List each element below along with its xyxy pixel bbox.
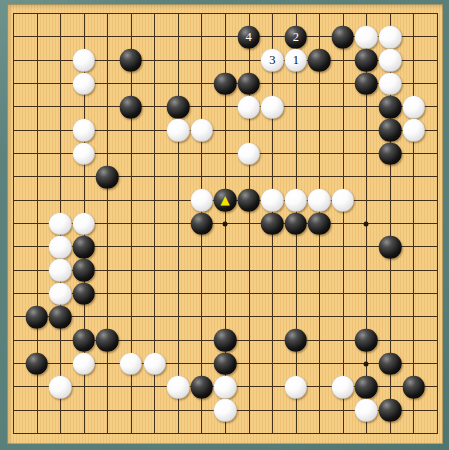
grid-cell [296, 270, 320, 293]
black-stone[interactable] [49, 306, 72, 329]
black-stone[interactable] [73, 236, 96, 259]
grid-cell [107, 246, 131, 269]
grid-cell [366, 270, 390, 293]
white-stone[interactable] [49, 259, 72, 282]
grid-cell [154, 153, 178, 176]
white-stone[interactable] [190, 119, 213, 142]
grid-cell [343, 270, 367, 293]
grid-cell [201, 270, 225, 293]
grid-cell [107, 293, 131, 316]
grid-cell [319, 410, 343, 433]
grid-cell [131, 13, 155, 36]
grid-cell [13, 106, 37, 129]
grid-cell [343, 106, 367, 129]
black-stone[interactable] [402, 376, 425, 399]
grid-cell [343, 246, 367, 269]
grid-cell [13, 223, 37, 246]
white-stone[interactable] [49, 213, 72, 236]
grid-cell [390, 270, 414, 293]
grid-cell [390, 316, 414, 339]
white-stone[interactable] [73, 143, 96, 166]
grid-cell [413, 410, 437, 433]
grid-cell [154, 270, 178, 293]
grid-cell [154, 36, 178, 59]
grid-cell [296, 130, 320, 153]
grid-cell [272, 270, 296, 293]
grid-cell [201, 13, 225, 36]
move-number-label: 1 [285, 49, 308, 72]
white-stone[interactable] [167, 119, 190, 142]
black-stone[interactable] [308, 49, 331, 72]
grid-cell [413, 223, 437, 246]
grid-cell [13, 270, 37, 293]
grid-cell [13, 130, 37, 153]
grid-cell [107, 130, 131, 153]
black-stone[interactable] [73, 259, 96, 282]
white-stone[interactable] [49, 236, 72, 259]
grid-cell [225, 293, 249, 316]
grid-cell [84, 386, 108, 409]
star-point [223, 221, 228, 226]
grid-cell [319, 270, 343, 293]
grid-cell [178, 13, 202, 36]
grid-cell [178, 340, 202, 363]
grid-cell [107, 13, 131, 36]
grid-cell [131, 130, 155, 153]
grid-cell [413, 316, 437, 339]
grid-cell [296, 153, 320, 176]
grid-cell [249, 246, 273, 269]
move-number-label: 4 [237, 26, 260, 49]
grid-cell [13, 153, 37, 176]
grid-cell [178, 153, 202, 176]
grid-cell [84, 13, 108, 36]
black-stone[interactable] [355, 329, 378, 352]
black-stone[interactable] [379, 236, 402, 259]
black-stone[interactable] [237, 73, 260, 96]
grid-cell [178, 36, 202, 59]
grid-cell [413, 270, 437, 293]
grid-cell [272, 130, 296, 153]
white-stone[interactable] [379, 49, 402, 72]
grid-cell [272, 246, 296, 269]
black-stone[interactable] [120, 49, 143, 72]
black-stone[interactable] [96, 329, 119, 352]
grid-cell [13, 386, 37, 409]
white-stone[interactable] [379, 73, 402, 96]
grid-cell [13, 176, 37, 199]
grid-cell [319, 106, 343, 129]
grid-cell [413, 60, 437, 83]
grid-cell [249, 293, 273, 316]
black-stone[interactable] [214, 329, 237, 352]
grid-cell [296, 410, 320, 433]
grid-cell [225, 246, 249, 269]
grid-cell [296, 246, 320, 269]
grid-cell [178, 60, 202, 83]
grid-cell [37, 36, 61, 59]
grid-cell [178, 410, 202, 433]
black-stone[interactable] [355, 49, 378, 72]
grid-cell [60, 13, 84, 36]
black-stone[interactable] [379, 399, 402, 422]
grid-cell [154, 293, 178, 316]
grid-cell [107, 200, 131, 223]
grid-cell [390, 200, 414, 223]
grid-cell [154, 13, 178, 36]
white-stone[interactable] [73, 353, 96, 376]
grid-cell [178, 246, 202, 269]
grid-cell [131, 293, 155, 316]
white-stone[interactable] [332, 376, 355, 399]
grid-cell [178, 270, 202, 293]
grid-cell [343, 293, 367, 316]
white-stone[interactable] [355, 26, 378, 49]
grid-cell [131, 246, 155, 269]
grid-cell [319, 246, 343, 269]
grid-cell [413, 340, 437, 363]
grid-cell [154, 316, 178, 339]
grid-cell [249, 316, 273, 339]
grid-cell [154, 223, 178, 246]
grid-cell [413, 246, 437, 269]
grid-cell [131, 386, 155, 409]
grid-cell [37, 153, 61, 176]
grid-cell [37, 176, 61, 199]
grid-cell [413, 176, 437, 199]
black-stone[interactable] [120, 96, 143, 119]
grid-cell [178, 316, 202, 339]
grid-cell [319, 153, 343, 176]
grid-cell [13, 410, 37, 433]
grid-cell [343, 130, 367, 153]
grid-cell [366, 293, 390, 316]
white-stone[interactable] [402, 119, 425, 142]
white-stone[interactable] [214, 399, 237, 422]
grid-cell [131, 410, 155, 433]
grid-cell [131, 153, 155, 176]
black-stone[interactable] [214, 73, 237, 96]
black-stone[interactable] [26, 306, 49, 329]
grid-cell [390, 176, 414, 199]
grid-cell [154, 410, 178, 433]
white-stone[interactable] [237, 143, 260, 166]
grid-cell [37, 130, 61, 153]
white-stone[interactable] [261, 189, 284, 212]
grid-cell [296, 83, 320, 106]
black-stone[interactable] [379, 96, 402, 119]
grid-cell [107, 410, 131, 433]
white-stone[interactable]: 1 [285, 49, 308, 72]
black-stone[interactable] [379, 143, 402, 166]
grid-cell [13, 60, 37, 83]
grid-cell [107, 270, 131, 293]
black-stone[interactable] [379, 119, 402, 142]
move-number-label: 2 [285, 26, 308, 49]
white-stone[interactable] [379, 26, 402, 49]
grid-cell [390, 293, 414, 316]
black-stone[interactable] [379, 353, 402, 376]
grid-cell [413, 36, 437, 59]
grid-cell [131, 270, 155, 293]
grid-cell [201, 153, 225, 176]
star-point [364, 361, 369, 366]
grid-cell [319, 316, 343, 339]
black-stone[interactable] [167, 96, 190, 119]
white-stone[interactable] [285, 189, 308, 212]
grid-cell [225, 270, 249, 293]
grid-cell [154, 176, 178, 199]
grid-cell [107, 223, 131, 246]
grid-cell [296, 293, 320, 316]
board-frame: 4231▲ [0, 0, 449, 450]
black-stone[interactable] [73, 283, 96, 306]
grid-cell [366, 200, 390, 223]
grid-cell [154, 60, 178, 83]
grid-cell [13, 200, 37, 223]
white-stone[interactable] [120, 353, 143, 376]
white-stone[interactable] [143, 353, 166, 376]
black-stone[interactable] [355, 376, 378, 399]
black-stone[interactable] [214, 353, 237, 376]
white-stone[interactable] [355, 399, 378, 422]
grid-cell [131, 223, 155, 246]
grid-cell [249, 270, 273, 293]
grid-cell [107, 386, 131, 409]
grid-cell [37, 60, 61, 83]
grid-cell [131, 200, 155, 223]
grid-cell [343, 153, 367, 176]
black-stone[interactable] [355, 73, 378, 96]
white-stone[interactable] [73, 119, 96, 142]
white-stone[interactable] [73, 49, 96, 72]
grid-cell [249, 386, 273, 409]
grid-cell [413, 13, 437, 36]
grid-cell [201, 36, 225, 59]
grid-cell [249, 363, 273, 386]
grid-cell [413, 200, 437, 223]
grid-cell [296, 106, 320, 129]
white-stone[interactable] [167, 376, 190, 399]
grid-cell [37, 410, 61, 433]
black-stone[interactable] [285, 329, 308, 352]
grid-cell [319, 340, 343, 363]
black-stone[interactable] [237, 189, 260, 212]
black-stone[interactable] [73, 329, 96, 352]
grid-cell [84, 410, 108, 433]
black-stone[interactable]: 4 [237, 26, 260, 49]
black-stone[interactable] [332, 26, 355, 49]
grid-cell [131, 316, 155, 339]
black-stone[interactable]: ▲ [214, 189, 237, 212]
black-stone[interactable] [261, 213, 284, 236]
grid-cell [249, 340, 273, 363]
grid-cell [154, 246, 178, 269]
black-stone[interactable] [26, 353, 49, 376]
white-stone[interactable] [190, 189, 213, 212]
white-stone[interactable] [73, 73, 96, 96]
grid-cell [319, 293, 343, 316]
grid-cell [201, 293, 225, 316]
grid-cell [201, 246, 225, 269]
white-stone[interactable] [402, 96, 425, 119]
grid-cell [13, 13, 37, 36]
grid-cell [37, 106, 61, 129]
grid-cell [343, 223, 367, 246]
grid-cell [319, 130, 343, 153]
grid-cell [413, 153, 437, 176]
grid-cell [272, 410, 296, 433]
grid-cell [178, 293, 202, 316]
white-stone[interactable] [214, 376, 237, 399]
white-stone[interactable] [49, 283, 72, 306]
black-stone[interactable] [285, 213, 308, 236]
grid-cell [154, 200, 178, 223]
white-stone[interactable] [332, 189, 355, 212]
go-app-window: 4231▲ [0, 0, 449, 450]
black-stone[interactable]: 2 [285, 26, 308, 49]
grid-cell [37, 83, 61, 106]
black-stone[interactable] [96, 166, 119, 189]
grid-cell [37, 13, 61, 36]
grid-cell [60, 176, 84, 199]
grid-cell [13, 246, 37, 269]
grid-cell [272, 153, 296, 176]
move-number-label: 3 [261, 49, 284, 72]
white-stone[interactable]: 3 [261, 49, 284, 72]
grid-cell [249, 410, 273, 433]
grid-cell [366, 176, 390, 199]
white-stone[interactable] [261, 96, 284, 119]
grid-cell [225, 223, 249, 246]
grid-cell [13, 83, 37, 106]
grid-cell [60, 410, 84, 433]
white-stone[interactable] [285, 376, 308, 399]
white-stone[interactable] [237, 96, 260, 119]
go-board[interactable]: 4231▲ [7, 4, 443, 444]
black-stone[interactable] [190, 376, 213, 399]
white-stone[interactable] [73, 213, 96, 236]
grid-cell [413, 293, 437, 316]
triangle-marker-icon: ▲ [214, 189, 237, 212]
grid-cell [13, 36, 37, 59]
black-stone[interactable] [190, 213, 213, 236]
white-stone[interactable] [308, 189, 331, 212]
star-point [364, 221, 369, 226]
grid-cell [272, 293, 296, 316]
white-stone[interactable] [49, 376, 72, 399]
grid-cell [131, 176, 155, 199]
grid-cell [319, 83, 343, 106]
black-stone[interactable] [308, 213, 331, 236]
